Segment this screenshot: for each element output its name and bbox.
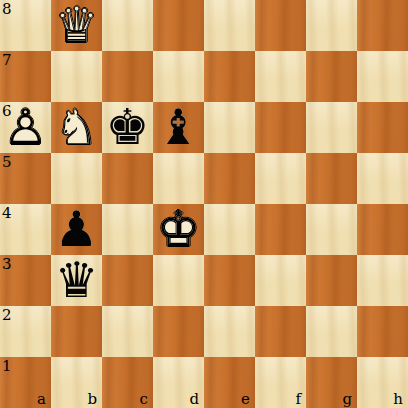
square-b2[interactable] xyxy=(51,306,102,357)
square-e1[interactable] xyxy=(204,357,255,408)
square-g2[interactable] xyxy=(306,306,357,357)
square-d2[interactable] xyxy=(153,306,204,357)
white-king-outline-glyph: ♔ xyxy=(153,204,204,255)
square-c7[interactable] xyxy=(102,51,153,102)
white-king-fill-glyph: ♚ xyxy=(153,204,204,255)
square-e8[interactable] xyxy=(204,0,255,51)
piece-white-pawn-a6[interactable]: ♟♙ xyxy=(0,102,51,153)
square-a5[interactable] xyxy=(0,153,51,204)
square-c3[interactable] xyxy=(102,255,153,306)
square-f6[interactable] xyxy=(255,102,306,153)
white-pawn-fill-glyph: ♟ xyxy=(0,102,51,153)
square-e4[interactable] xyxy=(204,204,255,255)
square-h2[interactable] xyxy=(357,306,408,357)
square-h7[interactable] xyxy=(357,51,408,102)
square-a3[interactable] xyxy=(0,255,51,306)
piece-white-queen-b8[interactable]: ♛♕ xyxy=(51,0,102,51)
square-b7[interactable] xyxy=(51,51,102,102)
black-bishop-fill-glyph: ♝ xyxy=(153,102,204,153)
square-f3[interactable] xyxy=(255,255,306,306)
black-pawn-fill-glyph: ♟ xyxy=(51,204,102,255)
square-f4[interactable] xyxy=(255,204,306,255)
piece-black-bishop-d6[interactable]: ♗♝ xyxy=(153,102,204,153)
white-queen-fill-glyph: ♛ xyxy=(51,0,102,51)
square-h8[interactable] xyxy=(357,0,408,51)
black-bishop-detail-glyph: ♗ xyxy=(153,102,204,153)
square-h5[interactable] xyxy=(357,153,408,204)
square-g7[interactable] xyxy=(306,51,357,102)
square-h1[interactable] xyxy=(357,357,408,408)
square-b5[interactable] xyxy=(51,153,102,204)
square-f8[interactable] xyxy=(255,0,306,51)
square-g4[interactable] xyxy=(306,204,357,255)
square-a1[interactable] xyxy=(0,357,51,408)
square-g6[interactable] xyxy=(306,102,357,153)
white-pawn-outline-glyph: ♙ xyxy=(0,102,51,153)
square-d8[interactable] xyxy=(153,0,204,51)
white-knight-fill-glyph: ♞ xyxy=(51,102,102,153)
piece-white-king-d4[interactable]: ♚♔ xyxy=(153,204,204,255)
square-f1[interactable] xyxy=(255,357,306,408)
square-d1[interactable] xyxy=(153,357,204,408)
black-queen-fill-glyph: ♛ xyxy=(51,255,102,306)
black-king-fill-glyph: ♚ xyxy=(102,102,153,153)
square-a7[interactable] xyxy=(0,51,51,102)
piece-black-queen-b3[interactable]: ♕♛ xyxy=(51,255,102,306)
square-d7[interactable] xyxy=(153,51,204,102)
black-pawn-detail-glyph: ♙ xyxy=(51,204,102,255)
black-queen-detail-glyph: ♕ xyxy=(51,255,102,306)
white-knight-outline-glyph: ♘ xyxy=(51,102,102,153)
piece-black-king-c6[interactable]: ♔♚ xyxy=(102,102,153,153)
square-e5[interactable] xyxy=(204,153,255,204)
square-c5[interactable] xyxy=(102,153,153,204)
square-c1[interactable] xyxy=(102,357,153,408)
square-f2[interactable] xyxy=(255,306,306,357)
square-h4[interactable] xyxy=(357,204,408,255)
square-e2[interactable] xyxy=(204,306,255,357)
square-b1[interactable] xyxy=(51,357,102,408)
chess-board: 87654321abcdefgh♛♕♟♙♞♘♔♚♗♝♚♔♙♟♕♛ xyxy=(0,0,408,408)
square-a8[interactable] xyxy=(0,0,51,51)
black-king-detail-glyph: ♔ xyxy=(102,102,153,153)
white-queen-outline-glyph: ♕ xyxy=(51,0,102,51)
square-a2[interactable] xyxy=(0,306,51,357)
square-c4[interactable] xyxy=(102,204,153,255)
square-h3[interactable] xyxy=(357,255,408,306)
square-e6[interactable] xyxy=(204,102,255,153)
square-g1[interactable] xyxy=(306,357,357,408)
square-f5[interactable] xyxy=(255,153,306,204)
square-e3[interactable] xyxy=(204,255,255,306)
square-c2[interactable] xyxy=(102,306,153,357)
piece-white-knight-b6[interactable]: ♞♘ xyxy=(51,102,102,153)
square-g8[interactable] xyxy=(306,0,357,51)
square-c8[interactable] xyxy=(102,0,153,51)
square-e7[interactable] xyxy=(204,51,255,102)
piece-black-pawn-b4[interactable]: ♙♟ xyxy=(51,204,102,255)
square-g3[interactable] xyxy=(306,255,357,306)
square-h6[interactable] xyxy=(357,102,408,153)
square-a4[interactable] xyxy=(0,204,51,255)
square-g5[interactable] xyxy=(306,153,357,204)
square-d3[interactable] xyxy=(153,255,204,306)
square-d5[interactable] xyxy=(153,153,204,204)
square-f7[interactable] xyxy=(255,51,306,102)
